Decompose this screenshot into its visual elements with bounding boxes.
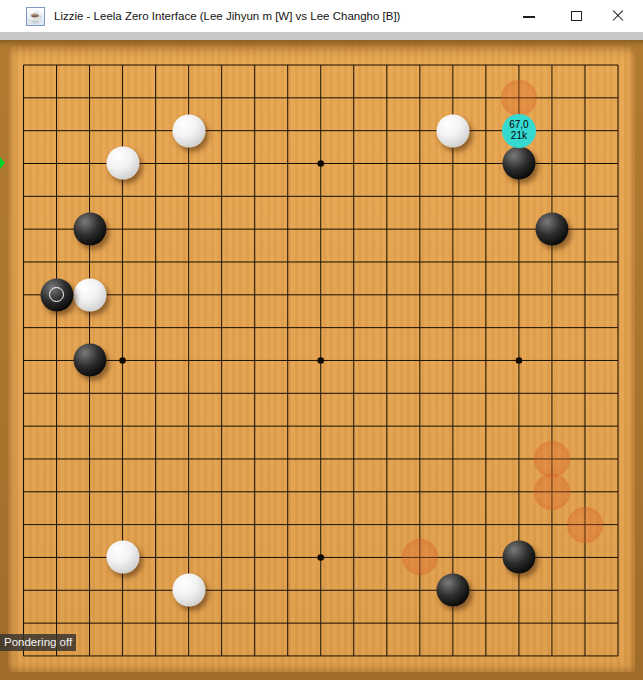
title-bar[interactable]: ☕ Lizzie - Leela Zero Interface (Lee Jih… [0, 0, 643, 32]
lizzie-window: ☕ Lizzie - Leela Zero Interface (Lee Jih… [0, 0, 643, 680]
candidate-move[interactable] [567, 507, 603, 543]
black-stone [436, 574, 469, 607]
black-stone [502, 147, 535, 180]
candidate-move[interactable] [534, 474, 570, 510]
white-stone [172, 574, 205, 607]
java-coffee-cup-icon: ☕ [26, 7, 45, 26]
last-move-marker [49, 287, 64, 302]
window-content-strip [0, 32, 643, 40]
black-stone [73, 213, 106, 246]
black-stone [40, 278, 73, 311]
black-stone [73, 344, 106, 377]
go-board[interactable]: 67,0 21k Pondering off [0, 40, 643, 680]
best-move-visits: 21k [511, 131, 527, 142]
white-stone [436, 114, 469, 147]
close-button[interactable] [599, 0, 637, 32]
white-stone [172, 114, 205, 147]
candidate-move[interactable] [501, 80, 537, 116]
black-stone [535, 213, 568, 246]
maximize-button[interactable] [558, 0, 596, 32]
pondering-status: Pondering off [0, 634, 76, 651]
best-move-suggestion[interactable]: 67,0 21k [502, 114, 536, 148]
white-stone [106, 147, 139, 180]
panel-toggle-arrow[interactable] [0, 157, 5, 169]
white-stone [73, 278, 106, 311]
white-stone [106, 541, 139, 574]
minimize-button[interactable] [510, 0, 548, 32]
maximize-icon [571, 11, 582, 21]
candidate-move[interactable] [402, 539, 438, 575]
minimize-icon [523, 16, 535, 18]
window-title: Lizzie - Leela Zero Interface (Lee Jihyu… [54, 0, 400, 32]
candidate-move[interactable] [534, 441, 570, 477]
black-stone [502, 541, 535, 574]
